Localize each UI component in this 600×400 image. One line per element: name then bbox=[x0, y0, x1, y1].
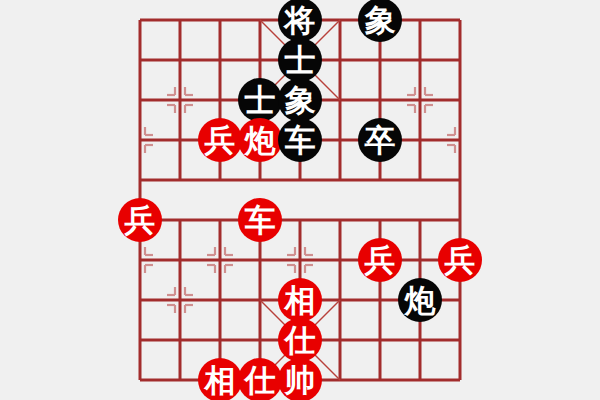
piece-red-elephant[interactable]: 相 bbox=[198, 358, 242, 400]
piece-black-cannon[interactable]: 炮 bbox=[398, 278, 442, 322]
intersection-cell: 兵 bbox=[360, 240, 400, 280]
intersection-cell: 相 bbox=[280, 280, 320, 320]
intersection-cell: 车 bbox=[240, 200, 280, 240]
pieces-layer: 将象士士象兵炮车卒兵车兵兵相炮仕相仕帅 bbox=[120, 0, 480, 400]
piece-red-chariot[interactable]: 车 bbox=[238, 198, 282, 242]
intersection-cell: 象 bbox=[360, 0, 400, 40]
intersection-cell: 仕 bbox=[280, 320, 320, 360]
piece-black-elephant[interactable]: 象 bbox=[358, 0, 402, 42]
intersection-cell: 炮 bbox=[400, 280, 440, 320]
piece-red-advisor[interactable]: 仕 bbox=[278, 318, 322, 362]
intersection-cell: 将 bbox=[280, 0, 320, 40]
piece-red-cannon[interactable]: 炮 bbox=[238, 118, 282, 162]
xiangqi-board-stage: 将象士士象兵炮车卒兵车兵兵相炮仕相仕帅 bbox=[0, 0, 600, 400]
piece-red-elephant[interactable]: 相 bbox=[278, 278, 322, 322]
piece-black-soldier[interactable]: 卒 bbox=[358, 118, 402, 162]
piece-red-soldier[interactable]: 兵 bbox=[358, 238, 402, 282]
piece-red-soldier[interactable]: 兵 bbox=[198, 118, 242, 162]
xiangqi-board: 将象士士象兵炮车卒兵车兵兵相炮仕相仕帅 bbox=[140, 20, 460, 380]
intersection-cell: 兵 bbox=[120, 200, 160, 240]
intersection-cell: 象 bbox=[280, 80, 320, 120]
piece-black-elephant[interactable]: 象 bbox=[278, 78, 322, 122]
piece-black-advisor[interactable]: 士 bbox=[238, 78, 282, 122]
piece-red-general[interactable]: 帅 bbox=[278, 358, 322, 400]
intersection-cell: 相 bbox=[200, 360, 240, 400]
piece-black-advisor[interactable]: 士 bbox=[278, 38, 322, 82]
intersection-cell: 车 bbox=[280, 120, 320, 160]
intersection-cell: 兵 bbox=[200, 120, 240, 160]
piece-red-soldier[interactable]: 兵 bbox=[438, 238, 482, 282]
intersection-cell: 帅 bbox=[280, 360, 320, 400]
piece-red-soldier[interactable]: 兵 bbox=[118, 198, 162, 242]
intersection-cell: 炮 bbox=[240, 120, 280, 160]
intersection-cell: 仕 bbox=[240, 360, 280, 400]
piece-red-advisor[interactable]: 仕 bbox=[238, 358, 282, 400]
piece-black-general[interactable]: 将 bbox=[278, 0, 322, 42]
intersection-cell: 士 bbox=[280, 40, 320, 80]
intersection-cell: 兵 bbox=[440, 240, 480, 280]
intersection-cell: 卒 bbox=[360, 120, 400, 160]
piece-black-chariot[interactable]: 车 bbox=[278, 118, 322, 162]
intersection-cell: 士 bbox=[240, 80, 280, 120]
